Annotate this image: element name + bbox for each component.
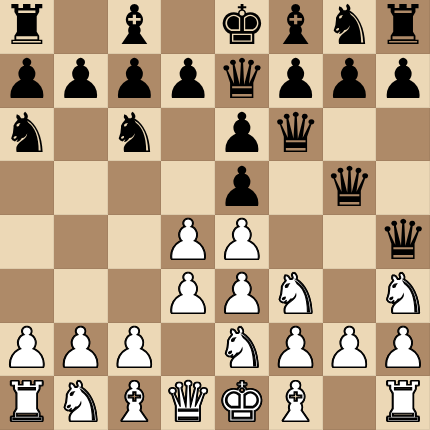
square-b2[interactable]: ♟︎ [54,323,108,377]
square-d6[interactable] [161,108,215,162]
piece-white-rook[interactable]: ♜ [2,376,51,429]
square-g5[interactable]: ♛ [323,161,377,215]
square-b5[interactable] [54,161,108,215]
piece-white-rook[interactable]: ♜ [378,376,427,429]
square-g6[interactable] [323,108,377,162]
square-f5[interactable] [269,161,323,215]
piece-black-pawn[interactable]: ♟︎ [217,161,266,214]
square-b7[interactable]: ♟︎ [54,54,108,108]
square-c1[interactable]: ♝ [108,376,162,430]
square-c8[interactable]: ♝ [108,0,162,54]
square-f2[interactable]: ♟︎ [269,323,323,377]
piece-white-knight[interactable]: ♞ [217,322,266,375]
square-b1[interactable]: ♞ [54,376,108,430]
square-d1[interactable]: ♛ [161,376,215,430]
square-g7[interactable]: ♟︎ [323,54,377,108]
square-d4[interactable]: ♟︎ [161,215,215,269]
square-e4[interactable]: ♟︎ [215,215,269,269]
square-g8[interactable]: ♞ [323,0,377,54]
square-e3[interactable]: ♟︎ [215,269,269,323]
square-a6[interactable]: ♞ [0,108,54,162]
square-a8[interactable]: ♜ [0,0,54,54]
square-h4[interactable]: ♛ [376,215,430,269]
piece-white-bishop[interactable]: ♝ [110,376,159,429]
piece-black-pawn[interactable]: ♟︎ [2,53,51,106]
square-e5[interactable]: ♟︎ [215,161,269,215]
piece-white-pawn[interactable]: ♟︎ [56,322,105,375]
piece-white-queen[interactable]: ♛ [163,376,212,429]
piece-white-king[interactable]: ♚ [217,376,266,429]
piece-black-queen[interactable]: ♛ [378,214,427,267]
square-d2[interactable] [161,323,215,377]
square-f6[interactable]: ♛ [269,108,323,162]
square-h2[interactable]: ♟︎ [376,323,430,377]
piece-black-pawn[interactable]: ♟︎ [325,53,374,106]
chess-board: ♜♝♚♝♞♜♟︎♟︎♟︎♟︎♛♟︎♟︎♟︎♞♞♟︎♛♟︎♛♟︎♟︎♛♟︎♟︎♞♞… [0,0,430,430]
piece-white-knight[interactable]: ♞ [378,268,427,321]
piece-black-pawn[interactable]: ♟︎ [271,53,320,106]
square-c7[interactable]: ♟︎ [108,54,162,108]
square-a7[interactable]: ♟︎ [0,54,54,108]
piece-white-pawn[interactable]: ♟︎ [217,214,266,267]
square-a5[interactable] [0,161,54,215]
square-h1[interactable]: ♜ [376,376,430,430]
square-c4[interactable] [108,215,162,269]
square-d8[interactable] [161,0,215,54]
piece-black-pawn[interactable]: ♟︎ [217,107,266,160]
square-c2[interactable]: ♟︎ [108,323,162,377]
square-a3[interactable] [0,269,54,323]
square-b4[interactable] [54,215,108,269]
square-g4[interactable] [323,215,377,269]
square-b6[interactable] [54,108,108,162]
square-h6[interactable] [376,108,430,162]
square-b3[interactable] [54,269,108,323]
square-h7[interactable]: ♟︎ [376,54,430,108]
square-h3[interactable]: ♞ [376,269,430,323]
piece-black-knight[interactable]: ♞ [2,107,51,160]
piece-black-bishop[interactable]: ♝ [110,0,159,52]
square-f4[interactable] [269,215,323,269]
piece-black-pawn[interactable]: ♟︎ [56,53,105,106]
square-a4[interactable] [0,215,54,269]
piece-white-pawn[interactable]: ♟︎ [271,322,320,375]
piece-white-pawn[interactable]: ♟︎ [163,268,212,321]
piece-black-knight[interactable]: ♞ [325,0,374,52]
square-e7[interactable]: ♛ [215,54,269,108]
square-g2[interactable]: ♟︎ [323,323,377,377]
square-f7[interactable]: ♟︎ [269,54,323,108]
square-c5[interactable] [108,161,162,215]
piece-black-queen[interactable]: ♛ [325,161,374,214]
square-g1[interactable] [323,376,377,430]
piece-black-rook[interactable]: ♜ [2,0,51,52]
piece-black-pawn[interactable]: ♟︎ [110,53,159,106]
square-d5[interactable] [161,161,215,215]
piece-black-queen[interactable]: ♛ [271,107,320,160]
square-b8[interactable] [54,0,108,54]
piece-white-bishop[interactable]: ♝ [271,376,320,429]
piece-white-knight[interactable]: ♞ [56,376,105,429]
square-g3[interactable] [323,269,377,323]
piece-black-pawn[interactable]: ♟︎ [163,53,212,106]
square-f8[interactable]: ♝ [269,0,323,54]
square-d3[interactable]: ♟︎ [161,269,215,323]
square-h5[interactable] [376,161,430,215]
square-c6[interactable]: ♞ [108,108,162,162]
piece-black-queen[interactable]: ♛ [217,53,266,106]
square-c3[interactable] [108,269,162,323]
piece-black-knight[interactable]: ♞ [110,107,159,160]
piece-white-pawn[interactable]: ♟︎ [217,268,266,321]
square-e6[interactable]: ♟︎ [215,108,269,162]
piece-white-pawn[interactable]: ♟︎ [378,322,427,375]
square-h8[interactable]: ♜ [376,0,430,54]
square-e8[interactable]: ♚ [215,0,269,54]
piece-black-pawn[interactable]: ♟︎ [378,53,427,106]
square-f3[interactable]: ♞ [269,269,323,323]
piece-black-king[interactable]: ♚ [217,0,266,52]
square-f1[interactable]: ♝ [269,376,323,430]
piece-white-pawn[interactable]: ♟︎ [325,322,374,375]
piece-white-pawn[interactable]: ♟︎ [110,322,159,375]
square-a2[interactable]: ♟︎ [0,323,54,377]
piece-white-pawn[interactable]: ♟︎ [2,322,51,375]
piece-black-rook[interactable]: ♜ [378,0,427,52]
square-d7[interactable]: ♟︎ [161,54,215,108]
square-a1[interactable]: ♜ [0,376,54,430]
piece-white-pawn[interactable]: ♟︎ [163,214,212,267]
square-e1[interactable]: ♚ [215,376,269,430]
piece-white-knight[interactable]: ♞ [271,268,320,321]
square-e2[interactable]: ♞ [215,323,269,377]
piece-black-bishop[interactable]: ♝ [271,0,320,52]
